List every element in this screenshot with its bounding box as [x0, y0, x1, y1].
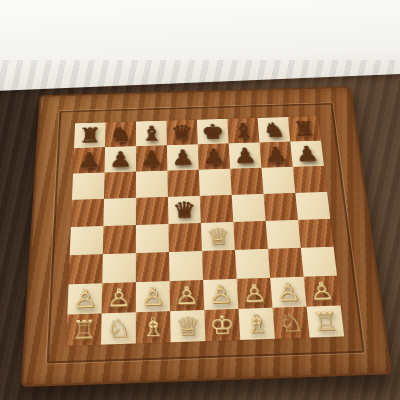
chess-board: ♜♞♝♛♚♝♞♜♟♟♟♟♟♟♟♟♛♕♙♙♙♙♙♙♙♙♖♘♗♕♔♗♘♖: [21, 86, 392, 387]
piece-bp-e7[interactable]: ♟: [198, 143, 230, 169]
square-d4[interactable]: [168, 223, 202, 252]
square-c4[interactable]: [136, 224, 169, 253]
square-c5[interactable]: [136, 197, 168, 225]
piece-wn-g1[interactable]: ♘: [273, 307, 310, 339]
piece-wr-a1[interactable]: ♖: [66, 313, 102, 345]
square-c2[interactable]: ♙: [136, 281, 170, 312]
square-e7[interactable]: ♟: [198, 143, 230, 169]
piece-wp-a2[interactable]: ♙: [67, 283, 102, 314]
square-f2[interactable]: ♙: [237, 278, 273, 309]
square-b6[interactable]: [104, 172, 136, 199]
square-g6[interactable]: [261, 167, 295, 194]
square-a1[interactable]: ♖: [66, 313, 102, 345]
square-e8[interactable]: ♚: [197, 119, 229, 144]
square-d5[interactable]: ♛: [168, 196, 201, 224]
square-c7[interactable]: ♟: [136, 145, 167, 171]
piece-wp-f2[interactable]: ♙: [237, 278, 273, 309]
square-d3[interactable]: [169, 251, 203, 281]
square-d8[interactable]: ♛: [166, 120, 197, 145]
piece-wp-h2[interactable]: ♙: [304, 276, 341, 307]
square-g7[interactable]: ♟: [259, 142, 292, 168]
square-e6[interactable]: [199, 169, 232, 196]
piece-wp-d2[interactable]: ♙: [170, 280, 205, 311]
square-e4[interactable]: ♕: [201, 222, 235, 251]
square-h6[interactable]: [293, 166, 327, 193]
piece-bb-f8[interactable]: ♝: [227, 118, 259, 143]
square-f5[interactable]: [232, 194, 266, 222]
square-d6[interactable]: [167, 170, 199, 197]
square-b4[interactable]: [103, 225, 136, 254]
piece-br-a8[interactable]: ♜: [74, 122, 106, 148]
square-f3[interactable]: [235, 249, 270, 279]
square-h8[interactable]: ♜: [288, 116, 321, 141]
piece-wq-d1[interactable]: ♕: [170, 310, 205, 342]
square-c8[interactable]: ♝: [136, 121, 167, 147]
piece-wp-b2[interactable]: ♙: [102, 282, 136, 313]
piece-wb-f1[interactable]: ♗: [238, 308, 275, 340]
square-b2[interactable]: ♙: [102, 282, 136, 313]
piece-bp-g7[interactable]: ♟: [259, 142, 292, 168]
square-d7[interactable]: ♟: [167, 144, 199, 170]
square-g1[interactable]: ♘: [273, 307, 310, 339]
square-b3[interactable]: [102, 253, 136, 283]
square-g3[interactable]: [268, 248, 304, 278]
piece-wb-c1[interactable]: ♗: [136, 311, 171, 343]
square-h2[interactable]: ♙: [304, 276, 341, 307]
square-e2[interactable]: ♙: [203, 279, 238, 310]
square-a5[interactable]: [71, 199, 104, 227]
piece-bq-d5[interactable]: ♛: [168, 196, 201, 224]
piece-bp-c7[interactable]: ♟: [136, 145, 167, 171]
square-b7[interactable]: ♟: [105, 146, 136, 172]
square-g5[interactable]: [264, 193, 298, 221]
square-a2[interactable]: ♙: [67, 283, 102, 314]
square-b1[interactable]: ♘: [101, 312, 136, 344]
piece-bb-c8[interactable]: ♝: [136, 121, 167, 147]
square-f4[interactable]: [233, 221, 268, 250]
square-a8[interactable]: ♜: [74, 122, 106, 148]
square-d2[interactable]: ♙: [170, 280, 205, 311]
square-h3[interactable]: [301, 247, 337, 277]
piece-bp-b7[interactable]: ♟: [105, 146, 136, 172]
piece-bk-e8[interactable]: ♚: [197, 119, 229, 144]
board-grid: ♜♞♝♛♚♝♞♜♟♟♟♟♟♟♟♟♛♕♙♙♙♙♙♙♙♙♖♘♗♕♔♗♘♖: [66, 116, 344, 346]
piece-wr-h1[interactable]: ♖: [307, 305, 345, 337]
square-b8[interactable]: ♞: [105, 122, 136, 148]
piece-wp-c2[interactable]: ♙: [136, 281, 170, 312]
square-c6[interactable]: [136, 171, 168, 198]
piece-bp-d7[interactable]: ♟: [167, 144, 199, 170]
square-h1[interactable]: ♖: [307, 305, 345, 337]
square-a4[interactable]: [70, 226, 104, 255]
square-f6[interactable]: [230, 168, 263, 195]
piece-wn-b1[interactable]: ♘: [101, 312, 136, 344]
square-g8[interactable]: ♞: [258, 117, 291, 142]
square-a3[interactable]: [69, 254, 103, 284]
square-g4[interactable]: [266, 220, 301, 249]
square-f8[interactable]: ♝: [227, 118, 259, 143]
square-b5[interactable]: [103, 198, 136, 226]
square-h4[interactable]: [298, 219, 334, 248]
piece-wk-e1[interactable]: ♔: [204, 309, 240, 341]
square-e5[interactable]: [200, 195, 233, 223]
square-e1[interactable]: ♔: [204, 309, 240, 341]
square-a6[interactable]: [72, 173, 105, 200]
piece-bp-a7[interactable]: ♟: [73, 147, 105, 173]
square-g2[interactable]: ♙: [270, 277, 306, 308]
square-c3[interactable]: [136, 252, 170, 282]
piece-bq-d8[interactable]: ♛: [166, 120, 197, 145]
piece-bn-b8[interactable]: ♞: [105, 122, 136, 148]
product-photo-scene: { "game": "chess", "scene": { "backdrop_…: [0, 0, 400, 400]
square-c1[interactable]: ♗: [136, 311, 171, 343]
piece-bp-f7[interactable]: ♟: [229, 142, 262, 168]
square-d1[interactable]: ♕: [170, 310, 205, 342]
square-h7[interactable]: ♟: [290, 141, 324, 167]
piece-wq-e4[interactable]: ♕: [201, 222, 235, 251]
piece-bn-g8[interactable]: ♞: [258, 117, 291, 142]
square-e3[interactable]: [202, 250, 237, 280]
square-a7[interactable]: ♟: [73, 147, 105, 173]
piece-wp-e2[interactable]: ♙: [203, 279, 238, 310]
piece-bp-h7[interactable]: ♟: [290, 141, 324, 167]
square-h5[interactable]: [295, 192, 330, 220]
square-f7[interactable]: ♟: [229, 142, 262, 168]
piece-wp-g2[interactable]: ♙: [270, 277, 306, 308]
square-f1[interactable]: ♗: [238, 308, 275, 340]
piece-br-h8[interactable]: ♜: [288, 116, 321, 141]
